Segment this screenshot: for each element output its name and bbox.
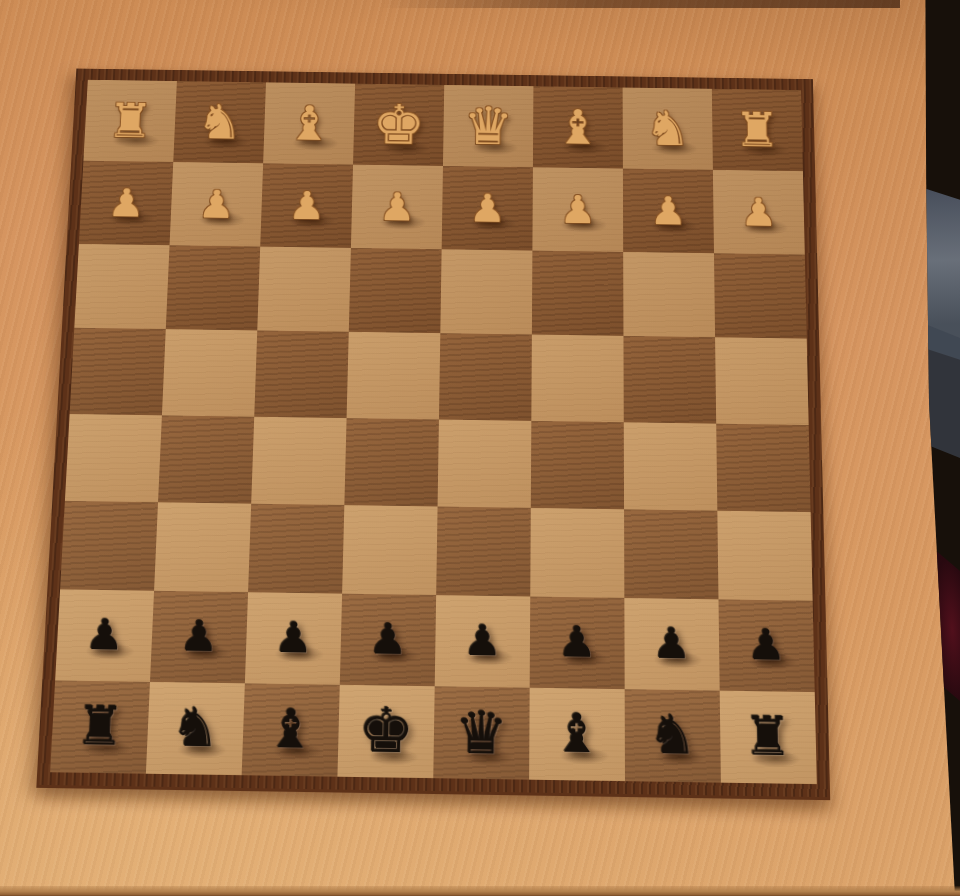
piece-black-pawn-a7[interactable]: ♟ [747,624,787,667]
square-e5[interactable] [344,418,439,507]
square-c6[interactable] [530,508,624,598]
piece-black-queen-d8[interactable]: ♛ [455,703,509,763]
square-d6[interactable] [436,506,531,596]
square-d7[interactable]: ♟ [435,595,531,687]
piece-black-knight-g8[interactable]: ♞ [170,701,221,755]
piece-white-pawn-f2[interactable]: ♟ [288,186,326,225]
piece-black-pawn-b7[interactable]: ♟ [652,623,691,666]
square-d5[interactable] [438,419,532,508]
square-h5[interactable] [65,414,162,503]
square-g7[interactable]: ♟ [150,591,248,683]
piece-white-rook-a1[interactable]: ♜ [734,106,781,154]
square-e6[interactable] [342,505,437,595]
piece-white-knight-g1[interactable]: ♞ [196,98,244,146]
piece-black-pawn-c7[interactable]: ♟ [558,621,597,664]
square-g5[interactable] [158,415,254,504]
piece-black-pawn-f7[interactable]: ♟ [274,617,314,660]
square-e2[interactable]: ♟ [351,165,443,249]
piece-black-bishop-c8[interactable]: ♝ [552,707,601,762]
table-back-edge [380,0,900,8]
square-b5[interactable] [624,422,718,511]
square-g6[interactable] [154,502,251,592]
piece-white-pawn-g2[interactable]: ♟ [197,185,236,224]
square-c3[interactable] [532,250,624,336]
scene: ♜♞♝♚♛♝♞♜♟♟♟♟♟♟♟♟♟♟♟♟♟♟♟♟♜♞♝♚♛♝♞♜ [0,0,960,896]
square-g3[interactable] [166,245,260,331]
square-h8[interactable]: ♜ [50,680,150,774]
square-b4[interactable] [623,336,716,423]
square-a7[interactable]: ♟ [718,600,814,692]
board-frame: ♜♞♝♚♛♝♞♜♟♟♟♟♟♟♟♟♟♟♟♟♟♟♟♟♜♞♝♚♛♝♞♜ [36,69,830,801]
piece-black-pawn-h7[interactable]: ♟ [84,614,125,657]
square-f3[interactable] [257,246,351,332]
square-a1[interactable]: ♜ [712,89,803,172]
piece-white-knight-b1[interactable]: ♞ [644,105,690,153]
square-c7[interactable]: ♟ [530,597,625,689]
square-g4[interactable] [162,329,257,416]
square-b3[interactable] [623,252,715,338]
square-a4[interactable] [715,337,809,424]
square-e4[interactable] [347,332,441,419]
square-g1[interactable]: ♞ [173,81,266,164]
piece-black-bishop-f8[interactable]: ♝ [266,702,317,757]
square-d1[interactable]: ♛ [443,85,533,168]
square-c1[interactable]: ♝ [533,86,623,169]
table-front-edge [0,886,960,896]
piece-black-king-e8[interactable]: ♚ [358,700,415,762]
piece-white-pawn-e2[interactable]: ♟ [378,187,416,226]
square-d4[interactable] [439,333,532,420]
piece-black-pawn-e7[interactable]: ♟ [368,618,408,661]
square-d2[interactable]: ♟ [442,166,533,250]
square-b2[interactable]: ♟ [623,169,714,253]
square-c2[interactable]: ♟ [532,168,623,252]
square-g8[interactable]: ♞ [146,682,245,776]
square-f7[interactable]: ♟ [245,592,342,684]
square-b8[interactable]: ♞ [625,689,721,783]
square-f2[interactable]: ♟ [260,164,353,248]
square-h7[interactable]: ♟ [55,590,154,682]
chess-board-wrap: ♜♞♝♚♛♝♞♜♟♟♟♟♟♟♟♟♟♟♟♟♟♟♟♟♜♞♝♚♛♝♞♜ [36,69,830,801]
piece-black-pawn-d7[interactable]: ♟ [463,620,502,663]
square-a3[interactable] [714,253,807,339]
square-h2[interactable]: ♟ [79,161,173,245]
square-a8[interactable]: ♜ [720,690,817,784]
square-b1[interactable]: ♞ [623,88,713,171]
square-g2[interactable]: ♟ [170,162,264,246]
square-d8[interactable]: ♛ [433,686,529,780]
piece-white-king-e1[interactable]: ♚ [372,97,426,152]
square-e3[interactable] [349,248,442,334]
square-e8[interactable]: ♚ [337,684,434,778]
piece-black-knight-b8[interactable]: ♞ [648,708,697,763]
square-a2[interactable]: ♟ [713,170,805,254]
piece-black-pawn-g7[interactable]: ♟ [179,615,219,658]
chess-board: ♜♞♝♚♛♝♞♜♟♟♟♟♟♟♟♟♟♟♟♟♟♟♟♟♜♞♝♚♛♝♞♜ [50,80,817,784]
square-f5[interactable] [251,416,346,505]
square-b7[interactable]: ♟ [624,598,719,690]
square-d3[interactable] [440,249,532,335]
square-c8[interactable]: ♝ [529,687,625,781]
piece-white-pawn-b2[interactable]: ♟ [650,191,687,230]
piece-black-rook-h8[interactable]: ♜ [74,700,126,754]
piece-white-rook-h1[interactable]: ♜ [106,97,154,145]
piece-white-bishop-c1[interactable]: ♝ [555,103,601,151]
square-a6[interactable] [717,511,812,601]
square-c5[interactable] [531,420,624,509]
piece-white-bishop-f1[interactable]: ♝ [286,100,333,148]
square-f4[interactable] [254,331,349,418]
piece-white-queen-d1[interactable]: ♛ [463,100,514,152]
piece-white-pawn-h2[interactable]: ♟ [107,183,146,222]
piece-black-rook-a8[interactable]: ♜ [743,710,793,765]
square-a5[interactable] [716,423,810,512]
square-e1[interactable]: ♚ [353,84,444,167]
piece-white-pawn-c2[interactable]: ♟ [559,190,596,229]
square-e7[interactable]: ♟ [340,594,436,686]
square-c4[interactable] [531,335,623,422]
piece-white-pawn-a2[interactable]: ♟ [740,193,778,232]
square-b6[interactable] [624,509,718,599]
square-f8[interactable]: ♝ [242,683,340,777]
square-f1[interactable]: ♝ [263,82,355,165]
square-f6[interactable] [248,504,344,594]
square-h4[interactable] [70,328,166,415]
piece-white-pawn-d2[interactable]: ♟ [469,189,507,228]
square-h1[interactable]: ♜ [83,80,176,163]
square-h3[interactable] [74,244,169,330]
square-h6[interactable] [60,501,158,591]
